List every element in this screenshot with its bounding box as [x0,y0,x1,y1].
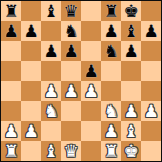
piece-white-bishop-c1: ♝ [43,141,58,161]
chess-board: ♜♝♛♜♚♟♟♞♟♝♟♟♟♞♟♟♟♟♟♞♞♟♟♟♟♟♝♜♝♛♜♚ [0,0,162,162]
square-g2[interactable]: ♝ [121,121,141,141]
square-d7[interactable]: ♞ [61,21,81,41]
square-a4[interactable] [1,81,21,101]
square-f6[interactable]: ♞ [101,41,121,61]
square-d4[interactable]: ♟ [61,81,81,101]
square-e6[interactable] [81,41,101,61]
square-c5[interactable] [41,61,61,81]
piece-white-rook-a1: ♜ [3,141,18,161]
square-c8[interactable]: ♝ [41,1,61,21]
piece-white-pawn-e4: ♟ [83,81,98,101]
square-b7[interactable]: ♟ [21,21,41,41]
square-b1[interactable] [21,141,41,161]
piece-white-pawn-f2: ♟ [103,121,118,141]
square-f8[interactable]: ♜ [101,1,121,21]
square-b3[interactable] [21,101,41,121]
square-b4[interactable] [21,81,41,101]
square-h6[interactable] [141,41,161,61]
square-c6[interactable]: ♟ [41,41,61,61]
square-f7[interactable]: ♟ [101,21,121,41]
square-h3[interactable]: ♟ [141,101,161,121]
piece-black-pawn-e5: ♟ [83,61,98,81]
square-b8[interactable] [21,1,41,21]
square-a3[interactable] [1,101,21,121]
square-a6[interactable] [1,41,21,61]
square-c7[interactable] [41,21,61,41]
square-f2[interactable]: ♟ [101,121,121,141]
square-g6[interactable]: ♟ [121,41,141,61]
square-a5[interactable] [1,61,21,81]
square-c3[interactable]: ♞ [41,101,61,121]
piece-black-bishop-c8: ♝ [43,1,58,21]
square-a7[interactable]: ♟ [1,21,21,41]
piece-black-pawn-d6: ♟ [63,41,78,61]
square-g3[interactable]: ♟ [121,101,141,121]
square-e2[interactable] [81,121,101,141]
square-b6[interactable] [21,41,41,61]
square-h2[interactable] [141,121,161,141]
piece-black-rook-f8: ♜ [103,1,118,21]
piece-white-knight-f3: ♞ [103,101,118,121]
square-g1[interactable]: ♚ [121,141,141,161]
piece-black-knight-f6: ♞ [103,41,118,61]
square-c4[interactable]: ♟ [41,81,61,101]
piece-black-rook-a8: ♜ [3,1,18,21]
square-g5[interactable] [121,61,141,81]
piece-white-rook-f1: ♜ [103,141,118,161]
piece-white-bishop-g2: ♝ [123,121,138,141]
piece-black-bishop-g7: ♝ [123,21,138,41]
piece-white-queen-d1: ♛ [63,141,78,161]
square-c1[interactable]: ♝ [41,141,61,161]
square-c2[interactable] [41,121,61,141]
square-e8[interactable] [81,1,101,21]
square-e4[interactable]: ♟ [81,81,101,101]
square-f5[interactable] [101,61,121,81]
square-g7[interactable]: ♝ [121,21,141,41]
piece-white-pawn-d4: ♟ [63,81,78,101]
square-d2[interactable] [61,121,81,141]
piece-black-pawn-c6: ♟ [43,41,58,61]
piece-black-knight-d7: ♞ [63,21,78,41]
square-e7[interactable] [81,21,101,41]
square-g8[interactable]: ♚ [121,1,141,21]
piece-black-pawn-h7: ♟ [143,21,158,41]
square-h8[interactable] [141,1,161,21]
piece-white-king-g1: ♚ [123,141,138,161]
square-h1[interactable] [141,141,161,161]
piece-black-pawn-f7: ♟ [103,21,118,41]
piece-black-king-g8: ♚ [123,1,138,21]
piece-black-queen-d8: ♛ [63,1,78,21]
square-f3[interactable]: ♞ [101,101,121,121]
square-h5[interactable] [141,61,161,81]
square-d8[interactable]: ♛ [61,1,81,21]
square-d6[interactable]: ♟ [61,41,81,61]
square-d5[interactable] [61,61,81,81]
piece-white-pawn-c4: ♟ [43,81,58,101]
square-d1[interactable]: ♛ [61,141,81,161]
square-b2[interactable]: ♟ [21,121,41,141]
square-h7[interactable]: ♟ [141,21,161,41]
piece-white-pawn-b2: ♟ [23,121,38,141]
piece-white-pawn-a2: ♟ [3,121,18,141]
piece-black-pawn-g6: ♟ [123,41,138,61]
square-d3[interactable] [61,101,81,121]
square-a8[interactable]: ♜ [1,1,21,21]
square-e5[interactable]: ♟ [81,61,101,81]
square-b5[interactable] [21,61,41,81]
square-a2[interactable]: ♟ [1,121,21,141]
piece-white-knight-c3: ♞ [43,101,58,121]
piece-white-pawn-h3: ♟ [143,101,158,121]
square-a1[interactable]: ♜ [1,141,21,161]
square-h4[interactable] [141,81,161,101]
square-f4[interactable] [101,81,121,101]
square-e1[interactable] [81,141,101,161]
piece-black-pawn-a7: ♟ [3,21,18,41]
piece-white-pawn-g3: ♟ [123,101,138,121]
square-g4[interactable] [121,81,141,101]
piece-black-pawn-b7: ♟ [23,21,38,41]
square-e3[interactable] [81,101,101,121]
square-f1[interactable]: ♜ [101,141,121,161]
